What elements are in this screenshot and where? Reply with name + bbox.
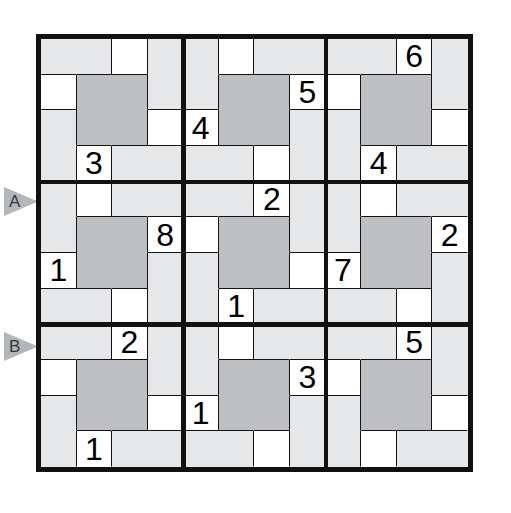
dark-shaded-cell[interactable] xyxy=(219,217,255,253)
puzzle-grid: 6543428217125311 xyxy=(41,39,468,467)
light-shaded-cell[interactable] xyxy=(183,360,219,396)
clue-cell: 3 xyxy=(77,146,113,182)
white-cell[interactable] xyxy=(326,75,362,111)
clue-cell: 1 xyxy=(41,253,77,289)
dark-shaded-cell[interactable] xyxy=(219,396,255,432)
light-shaded-cell[interactable] xyxy=(148,146,184,182)
light-shaded-cell[interactable] xyxy=(326,110,362,146)
box-divider-vertical-2 xyxy=(324,39,329,467)
light-shaded-cell[interactable] xyxy=(41,110,77,146)
white-cell[interactable] xyxy=(326,360,362,396)
white-cell[interactable] xyxy=(219,324,255,360)
white-cell[interactable] xyxy=(41,75,77,111)
light-shaded-cell[interactable] xyxy=(326,182,362,218)
dark-shaded-cell[interactable] xyxy=(112,75,148,111)
light-shaded-cell[interactable] xyxy=(361,324,397,360)
dark-shaded-cell[interactable] xyxy=(254,217,290,253)
light-shaded-cell[interactable] xyxy=(148,39,184,75)
clue-cell: 2 xyxy=(254,182,290,218)
light-shaded-cell[interactable] xyxy=(432,75,468,111)
light-shaded-cell[interactable] xyxy=(41,39,77,75)
white-cell[interactable] xyxy=(290,253,326,289)
clue-cell: 2 xyxy=(112,324,148,360)
light-shaded-cell[interactable] xyxy=(112,182,148,218)
light-shaded-cell[interactable] xyxy=(112,146,148,182)
light-shaded-cell[interactable] xyxy=(254,289,290,325)
marker-a-label: A xyxy=(4,192,20,212)
dark-shaded-cell[interactable] xyxy=(77,360,113,396)
dark-shaded-cell[interactable] xyxy=(361,396,397,432)
clue-cell: 1 xyxy=(183,396,219,432)
light-shaded-cell[interactable] xyxy=(290,217,326,253)
light-shaded-cell[interactable] xyxy=(219,431,255,467)
light-shaded-cell[interactable] xyxy=(183,289,219,325)
light-shaded-cell[interactable] xyxy=(148,289,184,325)
light-shaded-cell[interactable] xyxy=(432,39,468,75)
dark-shaded-cell[interactable] xyxy=(219,360,255,396)
dark-shaded-cell[interactable] xyxy=(397,396,433,432)
white-cell[interactable] xyxy=(41,360,77,396)
dark-shaded-cell[interactable] xyxy=(77,75,113,111)
light-shaded-cell[interactable] xyxy=(326,39,362,75)
light-shaded-cell[interactable] xyxy=(361,289,397,325)
white-cell[interactable] xyxy=(361,182,397,218)
dark-shaded-cell[interactable] xyxy=(397,360,433,396)
dark-shaded-cell[interactable] xyxy=(112,396,148,432)
light-shaded-cell[interactable] xyxy=(77,39,113,75)
white-cell[interactable] xyxy=(254,431,290,467)
light-shaded-cell[interactable] xyxy=(290,110,326,146)
dark-shaded-cell[interactable] xyxy=(254,75,290,111)
box-divider-horizontal-2 xyxy=(41,322,468,327)
clue-cell: 4 xyxy=(183,110,219,146)
clue-cell: 8 xyxy=(148,217,184,253)
light-shaded-cell[interactable] xyxy=(326,431,362,467)
light-shaded-cell[interactable] xyxy=(148,75,184,111)
light-shaded-cell[interactable] xyxy=(112,431,148,467)
light-shaded-cell[interactable] xyxy=(183,324,219,360)
light-shaded-cell[interactable] xyxy=(326,324,362,360)
white-cell[interactable] xyxy=(219,39,255,75)
dark-shaded-cell[interactable] xyxy=(77,396,113,432)
dark-shaded-cell[interactable] xyxy=(77,110,113,146)
light-shaded-cell[interactable] xyxy=(432,324,468,360)
white-cell[interactable] xyxy=(148,396,184,432)
light-shaded-cell[interactable] xyxy=(432,289,468,325)
light-shaded-cell[interactable] xyxy=(397,146,433,182)
light-shaded-cell[interactable] xyxy=(254,324,290,360)
light-shaded-cell[interactable] xyxy=(326,146,362,182)
light-shaded-cell[interactable] xyxy=(326,396,362,432)
light-shaded-cell[interactable] xyxy=(290,289,326,325)
dark-shaded-cell[interactable] xyxy=(361,253,397,289)
light-shaded-cell[interactable] xyxy=(148,360,184,396)
light-shaded-cell[interactable] xyxy=(41,146,77,182)
light-shaded-cell[interactable] xyxy=(432,146,468,182)
dark-shaded-cell[interactable] xyxy=(254,110,290,146)
light-shaded-cell[interactable] xyxy=(148,182,184,218)
light-shaded-cell[interactable] xyxy=(41,431,77,467)
clue-cell: 2 xyxy=(432,217,468,253)
light-shaded-cell[interactable] xyxy=(183,75,219,111)
white-cell[interactable] xyxy=(77,182,113,218)
white-cell[interactable] xyxy=(148,110,184,146)
white-cell[interactable] xyxy=(397,289,433,325)
light-shaded-cell[interactable] xyxy=(219,146,255,182)
light-shaded-cell[interactable] xyxy=(41,396,77,432)
clue-cell: 1 xyxy=(219,289,255,325)
light-shaded-cell[interactable] xyxy=(183,431,219,467)
light-shaded-cell[interactable] xyxy=(77,324,113,360)
light-shaded-cell[interactable] xyxy=(41,217,77,253)
white-cell[interactable] xyxy=(432,110,468,146)
dark-shaded-cell[interactable] xyxy=(77,253,113,289)
dark-shaded-cell[interactable] xyxy=(361,110,397,146)
dark-shaded-cell[interactable] xyxy=(112,253,148,289)
light-shaded-cell[interactable] xyxy=(290,431,326,467)
dark-shaded-cell[interactable] xyxy=(219,253,255,289)
light-shaded-cell[interactable] xyxy=(432,431,468,467)
dark-shaded-cell[interactable] xyxy=(112,360,148,396)
light-shaded-cell[interactable] xyxy=(219,182,255,218)
dark-shaded-cell[interactable] xyxy=(397,75,433,111)
light-shaded-cell[interactable] xyxy=(397,431,433,467)
light-shaded-cell[interactable] xyxy=(432,253,468,289)
dark-shaded-cell[interactable] xyxy=(254,396,290,432)
dark-shaded-cell[interactable] xyxy=(254,360,290,396)
marker-b-label: B xyxy=(4,337,20,357)
light-shaded-cell[interactable] xyxy=(432,182,468,218)
dark-shaded-cell[interactable] xyxy=(361,75,397,111)
light-shaded-cell[interactable] xyxy=(183,146,219,182)
light-shaded-cell[interactable] xyxy=(290,396,326,432)
clue-cell: 4 xyxy=(361,146,397,182)
answer-row-marker-b: B xyxy=(4,332,38,361)
light-shaded-cell[interactable] xyxy=(148,324,184,360)
light-shaded-cell[interactable] xyxy=(361,39,397,75)
answer-row-marker-a: A xyxy=(4,187,38,216)
dark-shaded-cell[interactable] xyxy=(397,110,433,146)
dark-shaded-cell[interactable] xyxy=(361,217,397,253)
white-cell[interactable] xyxy=(112,39,148,75)
clue-cell: 6 xyxy=(397,39,433,75)
dark-shaded-cell[interactable] xyxy=(112,217,148,253)
white-cell[interactable] xyxy=(432,396,468,432)
box-divider-vertical-1 xyxy=(181,39,186,467)
white-cell[interactable] xyxy=(254,146,290,182)
light-shaded-cell[interactable] xyxy=(326,289,362,325)
dark-shaded-cell[interactable] xyxy=(112,110,148,146)
dark-shaded-cell[interactable] xyxy=(361,360,397,396)
light-shaded-cell[interactable] xyxy=(41,182,77,218)
dark-shaded-cell[interactable] xyxy=(397,253,433,289)
light-shaded-cell[interactable] xyxy=(148,253,184,289)
light-shaded-cell[interactable] xyxy=(41,289,77,325)
white-cell[interactable] xyxy=(112,289,148,325)
light-shaded-cell[interactable] xyxy=(183,182,219,218)
dark-shaded-cell[interactable] xyxy=(219,110,255,146)
clue-cell: 5 xyxy=(397,324,433,360)
light-shaded-cell[interactable] xyxy=(183,253,219,289)
light-shaded-cell[interactable] xyxy=(254,39,290,75)
dark-shaded-cell[interactable] xyxy=(397,217,433,253)
dark-shaded-cell[interactable] xyxy=(254,253,290,289)
box-divider-horizontal-1 xyxy=(41,180,468,185)
light-shaded-cell[interactable] xyxy=(432,360,468,396)
light-shaded-cell[interactable] xyxy=(41,324,77,360)
clue-cell: 7 xyxy=(326,253,362,289)
white-cell[interactable] xyxy=(183,217,219,253)
light-shaded-cell[interactable] xyxy=(326,217,362,253)
light-shaded-cell[interactable] xyxy=(77,289,113,325)
dark-shaded-cell[interactable] xyxy=(219,75,255,111)
clue-cell: 5 xyxy=(290,75,326,111)
white-cell[interactable] xyxy=(361,431,397,467)
puzzle-page: A B 6543428217125311 xyxy=(0,0,511,513)
clue-cell: 1 xyxy=(77,431,113,467)
clue-cell: 3 xyxy=(290,360,326,396)
light-shaded-cell[interactable] xyxy=(290,182,326,218)
puzzle-board: 6543428217125311 xyxy=(36,34,473,472)
light-shaded-cell[interactable] xyxy=(148,431,184,467)
light-shaded-cell[interactable] xyxy=(290,146,326,182)
dark-shaded-cell[interactable] xyxy=(77,217,113,253)
light-shaded-cell[interactable] xyxy=(290,324,326,360)
light-shaded-cell[interactable] xyxy=(183,39,219,75)
light-shaded-cell[interactable] xyxy=(290,39,326,75)
light-shaded-cell[interactable] xyxy=(397,182,433,218)
